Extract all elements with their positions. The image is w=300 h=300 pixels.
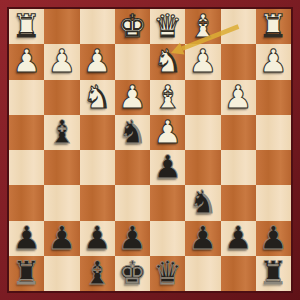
square-h4[interactable]	[9, 115, 44, 150]
square-b8[interactable]	[221, 256, 256, 291]
white-pawn-a2[interactable]: ♟	[259, 44, 288, 79]
square-c5[interactable]	[185, 150, 220, 185]
square-c7[interactable]: ♟	[185, 221, 220, 256]
square-a3[interactable]	[256, 80, 291, 115]
white-knight-f3[interactable]: ♞	[83, 80, 112, 115]
black-pawn-b7[interactable]: ♟	[224, 221, 253, 256]
square-b5[interactable]	[221, 150, 256, 185]
square-d2[interactable]: ♞	[150, 44, 185, 79]
black-pawn-g7[interactable]: ♟	[48, 221, 77, 256]
square-f3[interactable]: ♞	[80, 80, 115, 115]
square-c6[interactable]: ♞	[185, 185, 220, 220]
square-a6[interactable]	[256, 185, 291, 220]
white-bishop-c1[interactable]: ♝	[189, 9, 218, 44]
square-c3[interactable]	[185, 80, 220, 115]
square-g7[interactable]: ♟	[44, 221, 79, 256]
white-pawn-d4[interactable]: ♟	[153, 115, 182, 150]
square-a1[interactable]: ♜	[256, 9, 291, 44]
square-g2[interactable]: ♟	[44, 44, 79, 79]
square-b3[interactable]: ♟	[221, 80, 256, 115]
black-queen-d8[interactable]: ♛	[153, 256, 182, 291]
square-b7[interactable]: ♟	[221, 221, 256, 256]
square-f8[interactable]: ♝	[80, 256, 115, 291]
square-g5[interactable]	[44, 150, 79, 185]
square-h7[interactable]: ♟	[9, 221, 44, 256]
white-knight-d2[interactable]: ♞	[153, 44, 182, 79]
black-bishop-g4[interactable]: ♝	[48, 115, 77, 150]
square-g4[interactable]: ♝	[44, 115, 79, 150]
square-f5[interactable]	[80, 150, 115, 185]
white-pawn-h2[interactable]: ♟	[12, 44, 41, 79]
black-rook-h8[interactable]: ♜	[12, 256, 41, 291]
square-e8[interactable]: ♚	[115, 256, 150, 291]
white-king-e1[interactable]: ♚	[118, 9, 147, 44]
square-h2[interactable]: ♟	[9, 44, 44, 79]
square-b1[interactable]	[221, 9, 256, 44]
black-knight-c6[interactable]: ♞	[189, 185, 218, 220]
square-d1[interactable]: ♛	[150, 9, 185, 44]
square-g8[interactable]	[44, 256, 79, 291]
black-pawn-f7[interactable]: ♟	[83, 221, 112, 256]
square-d8[interactable]: ♛	[150, 256, 185, 291]
square-a4[interactable]	[256, 115, 291, 150]
square-d3[interactable]: ♝	[150, 80, 185, 115]
black-knight-e4[interactable]: ♞	[118, 115, 147, 150]
square-e7[interactable]: ♟	[115, 221, 150, 256]
square-e5[interactable]	[115, 150, 150, 185]
square-c2[interactable]: ♟	[185, 44, 220, 79]
square-f7[interactable]: ♟	[80, 221, 115, 256]
black-bishop-f8[interactable]: ♝	[83, 256, 112, 291]
board-frame: ♜♚♛♝♜♟♟♟♞♟♟♞♟♝♟♝♞♟♟♞♟♟♟♟♟♟♟♜♝♚♛♜	[0, 0, 300, 300]
black-rook-a8[interactable]: ♜	[259, 256, 288, 291]
square-h3[interactable]	[9, 80, 44, 115]
square-e2[interactable]	[115, 44, 150, 79]
square-b6[interactable]	[221, 185, 256, 220]
black-pawn-a7[interactable]: ♟	[259, 221, 288, 256]
square-f2[interactable]: ♟	[80, 44, 115, 79]
white-pawn-b3[interactable]: ♟	[224, 80, 253, 115]
square-d7[interactable]	[150, 221, 185, 256]
square-h6[interactable]	[9, 185, 44, 220]
square-d5[interactable]: ♟	[150, 150, 185, 185]
square-c1[interactable]: ♝	[185, 9, 220, 44]
square-e4[interactable]: ♞	[115, 115, 150, 150]
black-pawn-e7[interactable]: ♟	[118, 221, 147, 256]
square-f1[interactable]	[80, 9, 115, 44]
square-d4[interactable]: ♟	[150, 115, 185, 150]
white-pawn-c2[interactable]: ♟	[189, 44, 218, 79]
square-g3[interactable]	[44, 80, 79, 115]
white-rook-h1[interactable]: ♜	[12, 9, 41, 44]
square-a8[interactable]: ♜	[256, 256, 291, 291]
square-g6[interactable]	[44, 185, 79, 220]
square-h5[interactable]	[9, 150, 44, 185]
black-pawn-c7[interactable]: ♟	[189, 221, 218, 256]
square-e6[interactable]	[115, 185, 150, 220]
square-c8[interactable]	[185, 256, 220, 291]
black-pawn-h7[interactable]: ♟	[12, 221, 41, 256]
square-f6[interactable]	[80, 185, 115, 220]
square-a5[interactable]	[256, 150, 291, 185]
white-bishop-d3[interactable]: ♝	[153, 80, 182, 115]
square-b4[interactable]	[221, 115, 256, 150]
square-e1[interactable]: ♚	[115, 9, 150, 44]
white-pawn-f2[interactable]: ♟	[83, 44, 112, 79]
chessboard: ♜♚♛♝♜♟♟♟♞♟♟♞♟♝♟♝♞♟♟♞♟♟♟♟♟♟♟♜♝♚♛♜	[7, 7, 293, 293]
white-rook-a1[interactable]: ♜	[259, 9, 288, 44]
white-queen-d1[interactable]: ♛	[153, 9, 182, 44]
square-e3[interactable]: ♟	[115, 80, 150, 115]
square-b2[interactable]	[221, 44, 256, 79]
square-h1[interactable]: ♜	[9, 9, 44, 44]
square-a2[interactable]: ♟	[256, 44, 291, 79]
white-pawn-e3[interactable]: ♟	[118, 80, 147, 115]
square-f4[interactable]	[80, 115, 115, 150]
black-pawn-d5[interactable]: ♟	[153, 150, 182, 185]
square-h8[interactable]: ♜	[9, 256, 44, 291]
square-a7[interactable]: ♟	[256, 221, 291, 256]
square-c4[interactable]	[185, 115, 220, 150]
white-pawn-g2[interactable]: ♟	[48, 44, 77, 79]
square-d6[interactable]	[150, 185, 185, 220]
square-g1[interactable]	[44, 9, 79, 44]
black-king-e8[interactable]: ♚	[118, 256, 147, 291]
